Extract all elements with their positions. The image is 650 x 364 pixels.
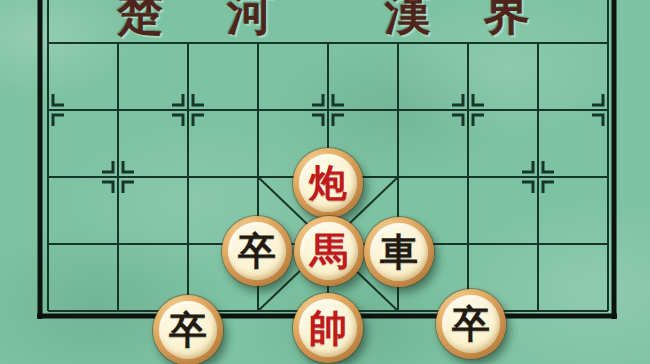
river-char-1: 楚 bbox=[117, 0, 163, 42]
piece-face: 馬 bbox=[300, 222, 358, 280]
piece-face: 卒 bbox=[159, 301, 217, 359]
piece-face: 車 bbox=[370, 223, 428, 281]
piece-glyph-chariot: 車 bbox=[380, 233, 418, 271]
xiangqi-board: 楚河漢界 炮卒馬車卒帥卒 bbox=[0, 0, 650, 364]
piece-glyph-soldier: 卒 bbox=[169, 311, 207, 349]
piece-red-horse[interactable]: 馬 bbox=[294, 216, 364, 286]
piece-glyph-general: 帥 bbox=[309, 309, 347, 347]
piece-face: 卒 bbox=[228, 222, 286, 280]
piece-face: 帥 bbox=[299, 299, 357, 357]
river-char-3: 漢 bbox=[385, 0, 431, 42]
piece-red-general[interactable]: 帥 bbox=[293, 293, 363, 363]
piece-glyph-horse: 馬 bbox=[310, 232, 348, 270]
piece-glyph-soldier: 卒 bbox=[452, 305, 490, 343]
river-char-4: 界 bbox=[484, 0, 530, 42]
piece-face: 卒 bbox=[442, 295, 500, 353]
river-char-2: 河 bbox=[227, 0, 273, 42]
piece-black-soldier-1[interactable]: 卒 bbox=[222, 216, 292, 286]
piece-black-soldier-3[interactable]: 卒 bbox=[436, 289, 506, 359]
piece-red-cannon[interactable]: 炮 bbox=[293, 148, 363, 218]
piece-black-chariot[interactable]: 車 bbox=[364, 217, 434, 287]
piece-face: 炮 bbox=[299, 154, 357, 212]
piece-black-soldier-2[interactable]: 卒 bbox=[153, 295, 223, 364]
piece-glyph-soldier: 卒 bbox=[238, 232, 276, 270]
piece-glyph-cannon: 炮 bbox=[309, 164, 347, 202]
